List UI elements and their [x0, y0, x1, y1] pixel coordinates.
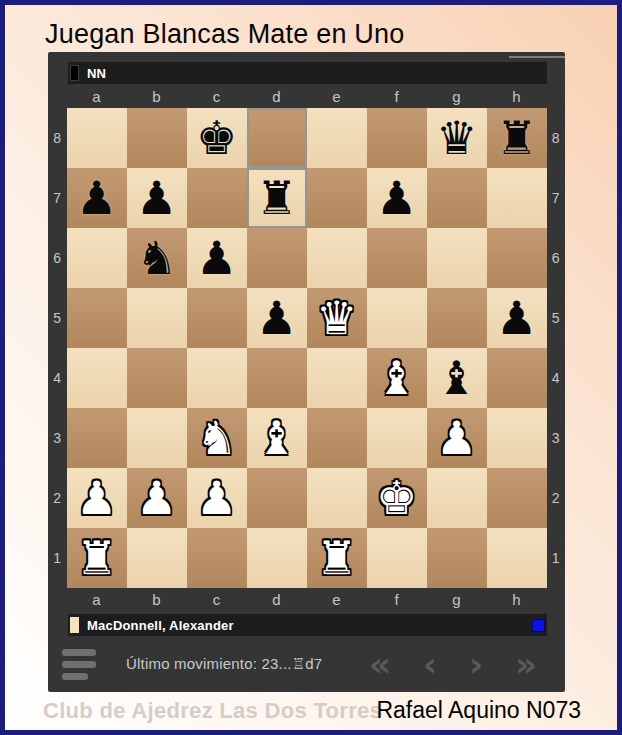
- last-move-label: Último movimiento: 23...♖d7: [126, 655, 322, 673]
- square-e8[interactable]: [307, 108, 367, 168]
- black-side-marker: [70, 65, 79, 81]
- file-label-d: d: [247, 588, 307, 614]
- square-f6[interactable]: [367, 228, 427, 288]
- square-g8[interactable]: ♛: [427, 108, 487, 168]
- square-a5[interactable]: [67, 288, 127, 348]
- file-label-h: h: [487, 84, 547, 108]
- square-h1[interactable]: [487, 528, 547, 588]
- rank-label-5: 5: [547, 288, 566, 348]
- piece-white-bishop: ♝: [256, 409, 297, 467]
- square-b7[interactable]: ♟: [127, 168, 187, 228]
- square-h4[interactable]: [487, 348, 547, 408]
- rank-label-3: 3: [48, 408, 67, 468]
- square-h6[interactable]: [487, 228, 547, 288]
- white-side-marker: [70, 617, 79, 633]
- square-a3[interactable]: [67, 408, 127, 468]
- square-a4[interactable]: [67, 348, 127, 408]
- square-e1[interactable]: ♜: [307, 528, 367, 588]
- piece-white-pawn: ♟: [76, 469, 117, 527]
- piece-black-king: ♚: [196, 109, 237, 167]
- file-label-f: f: [367, 84, 427, 108]
- square-c5[interactable]: [187, 288, 247, 348]
- piece-black-pawn: ♟: [136, 169, 177, 227]
- piece-black-pawn: ♟: [376, 169, 417, 227]
- rank-label-2: 2: [48, 468, 67, 528]
- file-label-c: c: [187, 84, 247, 108]
- rank-label-7: 7: [547, 168, 566, 228]
- board: ♚♛♜♟♟♜♟♞♟♟♛♟♝♝♞♝♟♟♟♟♚♜♜: [67, 108, 547, 588]
- square-a2[interactable]: ♟: [67, 468, 127, 528]
- nav-arrows: « ‹ › »: [369, 644, 537, 684]
- piece-white-rook: ♜: [76, 529, 117, 587]
- piece-black-pawn: ♟: [196, 229, 237, 287]
- square-b3[interactable]: [127, 408, 187, 468]
- square-g3[interactable]: ♟: [427, 408, 487, 468]
- square-d1[interactable]: [247, 528, 307, 588]
- square-b2[interactable]: ♟: [127, 468, 187, 528]
- square-f8[interactable]: [367, 108, 427, 168]
- bottom-player-bar: MacDonnell, Alexander: [68, 614, 547, 636]
- rank-label-8: 8: [48, 108, 67, 168]
- file-label-g: g: [427, 588, 487, 614]
- square-b6[interactable]: ♞: [127, 228, 187, 288]
- rank-label-1: 1: [48, 528, 67, 588]
- square-f5[interactable]: [367, 288, 427, 348]
- file-label-g: g: [427, 84, 487, 108]
- rank-label-1: 1: [547, 528, 566, 588]
- square-g1[interactable]: [427, 528, 487, 588]
- square-a8[interactable]: [67, 108, 127, 168]
- top-player-name: NN: [87, 66, 106, 81]
- square-a7[interactable]: ♟: [67, 168, 127, 228]
- top-player-bar: NN: [68, 62, 547, 84]
- square-a1[interactable]: ♜: [67, 528, 127, 588]
- square-e3[interactable]: [307, 408, 367, 468]
- file-label-f: f: [367, 588, 427, 614]
- square-h5[interactable]: ♟: [487, 288, 547, 348]
- square-f2[interactable]: ♚: [367, 468, 427, 528]
- menu-icon-bar: [62, 661, 96, 668]
- square-d2[interactable]: [247, 468, 307, 528]
- file-label-c: c: [187, 588, 247, 614]
- club-watermark: Club de Ajedrez Las Dos Torres: [43, 698, 382, 724]
- piece-white-rook: ♜: [316, 529, 357, 587]
- square-c2[interactable]: ♟: [187, 468, 247, 528]
- piece-white-pawn: ♟: [436, 409, 477, 467]
- rank-label-7: 7: [48, 168, 67, 228]
- square-e7[interactable]: [307, 168, 367, 228]
- bottom-player-name: MacDonnell, Alexander: [87, 618, 234, 633]
- rank-labels-right: 87654321: [547, 108, 566, 588]
- square-b8[interactable]: [127, 108, 187, 168]
- rank-label-3: 3: [547, 408, 566, 468]
- next-move-button[interactable]: ›: [469, 644, 483, 684]
- square-b4[interactable]: [127, 348, 187, 408]
- square-f1[interactable]: [367, 528, 427, 588]
- file-labels-bottom: abcdefgh: [48, 588, 565, 614]
- square-f3[interactable]: [367, 408, 427, 468]
- rank-label-6: 6: [48, 228, 67, 288]
- piece-black-rook: ♜: [496, 109, 537, 167]
- square-h8[interactable]: ♜: [487, 108, 547, 168]
- blue-indicator: [532, 619, 545, 632]
- square-d7[interactable]: ♜: [247, 168, 307, 228]
- piece-black-knight: ♞: [136, 229, 177, 287]
- piece-white-queen: ♛: [316, 289, 357, 347]
- file-label-a: a: [67, 84, 127, 108]
- square-b1[interactable]: [127, 528, 187, 588]
- square-e4[interactable]: [307, 348, 367, 408]
- piece-black-rook: ♜: [256, 169, 297, 227]
- square-d3[interactable]: ♝: [247, 408, 307, 468]
- square-d4[interactable]: [247, 348, 307, 408]
- piece-black-pawn: ♟: [76, 169, 117, 227]
- file-label-e: e: [307, 84, 367, 108]
- piece-white-pawn: ♟: [196, 469, 237, 527]
- square-g7[interactable]: [427, 168, 487, 228]
- square-f4[interactable]: ♝: [367, 348, 427, 408]
- piece-black-pawn: ♟: [256, 289, 297, 347]
- square-c1[interactable]: [187, 528, 247, 588]
- rank-label-4: 4: [547, 348, 566, 408]
- first-move-button[interactable]: «: [369, 644, 391, 684]
- menu-icon-bar: [62, 673, 88, 680]
- rank-label-5: 5: [48, 288, 67, 348]
- piece-black-queen: ♛: [436, 109, 477, 167]
- square-g4[interactable]: ♝: [427, 348, 487, 408]
- square-a6[interactable]: [67, 228, 127, 288]
- rank-label-8: 8: [547, 108, 566, 168]
- prev-move-button[interactable]: ‹: [423, 644, 437, 684]
- author-credit: Rafael Aquino N073: [376, 697, 581, 724]
- square-c6[interactable]: ♟: [187, 228, 247, 288]
- square-c4[interactable]: [187, 348, 247, 408]
- square-e5[interactable]: ♛: [307, 288, 367, 348]
- file-label-b: b: [127, 588, 187, 614]
- panel-top-divider: [509, 56, 565, 58]
- menu-icon[interactable]: [62, 649, 96, 680]
- controls-bar: Último movimiento: 23...♖d7 « ‹ › »: [48, 636, 565, 692]
- file-label-e: e: [307, 588, 367, 614]
- square-g6[interactable]: [427, 228, 487, 288]
- piece-white-bishop: ♝: [376, 349, 417, 407]
- square-d6[interactable]: [247, 228, 307, 288]
- square-c7[interactable]: [187, 168, 247, 228]
- rank-label-6: 6: [547, 228, 566, 288]
- square-d8[interactable]: [247, 108, 307, 168]
- piece-white-knight: ♞: [196, 409, 237, 467]
- rank-labels-left: 87654321: [48, 108, 67, 588]
- page-title: Juegan Blancas Mate en Uno: [45, 19, 404, 50]
- square-f7[interactable]: ♟: [367, 168, 427, 228]
- piece-black-bishop: ♝: [436, 349, 477, 407]
- menu-icon-bar: [62, 649, 96, 656]
- file-label-d: d: [247, 84, 307, 108]
- square-g5[interactable]: [427, 288, 487, 348]
- square-g2[interactable]: [427, 468, 487, 528]
- square-b5[interactable]: [127, 288, 187, 348]
- piece-white-king: ♚: [376, 469, 417, 527]
- piece-white-pawn: ♟: [136, 469, 177, 527]
- square-c8[interactable]: ♚: [187, 108, 247, 168]
- file-labels-top: abcdefgh: [48, 84, 565, 108]
- square-h3[interactable]: [487, 408, 547, 468]
- piece-black-pawn: ♟: [496, 289, 537, 347]
- file-label-h: h: [487, 588, 547, 614]
- square-h7[interactable]: [487, 168, 547, 228]
- board-block: 87654321 ♚♛♜♟♟♜♟♞♟♟♛♟♝♝♞♝♟♟♟♟♚♜♜ 8765432…: [48, 108, 565, 588]
- file-label-b: b: [127, 84, 187, 108]
- rank-label-2: 2: [547, 468, 566, 528]
- square-h2[interactable]: [487, 468, 547, 528]
- rank-label-4: 4: [48, 348, 67, 408]
- chess-viewer-panel: NN abcdefgh 87654321 ♚♛♜♟♟♜♟♞♟♟♛♟♝♝♞♝♟♟♟…: [48, 52, 565, 692]
- file-label-a: a: [67, 588, 127, 614]
- last-move-button[interactable]: »: [515, 644, 537, 684]
- square-e6[interactable]: [307, 228, 367, 288]
- square-d5[interactable]: ♟: [247, 288, 307, 348]
- square-c3[interactable]: ♞: [187, 408, 247, 468]
- square-e2[interactable]: [307, 468, 367, 528]
